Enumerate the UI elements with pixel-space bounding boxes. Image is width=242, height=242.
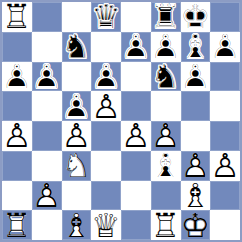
piece-fill-glyph: ♜ [151,211,181,240]
piece-fill-glyph: ♟ [210,32,240,61]
black-knight-c7: ♞♘ [62,32,92,62]
piece-outline-glyph: ♙ [151,32,181,61]
piece-fill-glyph: ♟ [210,151,240,180]
square-c5[interactable]: ♟♙ [62,91,92,121]
piece-outline-glyph: ♙ [62,121,92,150]
square-g1[interactable]: ♚♔ [181,210,211,240]
white-bishop-c1: ♝♗ [62,210,92,240]
square-c7[interactable]: ♞♘ [62,32,92,62]
square-c2[interactable] [62,181,92,211]
piece-fill-glyph: ♚ [181,211,211,240]
square-h2[interactable] [210,181,240,211]
square-a1[interactable]: ♜♖ [2,210,32,240]
square-b6[interactable]: ♟♙ [32,62,62,92]
piece-outline-glyph: ♙ [210,151,240,180]
square-g2[interactable]: ♝♗ [181,181,211,211]
piece-fill-glyph: ♝ [181,181,211,210]
white-pawn-h3: ♟♙ [210,151,240,181]
piece-fill-glyph: ♜ [151,2,181,31]
square-d4[interactable] [91,121,121,151]
square-h7[interactable]: ♟♙ [210,32,240,62]
square-f1[interactable]: ♜♖ [151,210,181,240]
square-e3[interactable] [121,151,151,181]
square-f2[interactable] [151,181,181,211]
square-h4[interactable] [210,121,240,151]
square-h3[interactable]: ♟♙ [210,151,240,181]
square-a5[interactable] [2,91,32,121]
white-rook-a8: ♜♖ [2,2,32,32]
square-a3[interactable] [2,151,32,181]
piece-fill-glyph: ♜ [2,211,32,240]
piece-fill-glyph: ♟ [32,181,62,210]
square-d3[interactable] [91,151,121,181]
piece-fill-glyph: ♛ [91,211,121,240]
square-g6[interactable]: ♟♙ [181,62,211,92]
piece-outline-glyph: ♙ [91,62,121,91]
piece-outline-glyph: ♙ [121,121,151,150]
square-a4[interactable]: ♟♙ [2,121,32,151]
white-pawn-c4: ♟♙ [62,121,92,151]
square-e5[interactable] [121,91,151,121]
white-pawn-e4: ♟♙ [121,121,151,151]
piece-fill-glyph: ♟ [91,92,121,121]
black-pawn-g6: ♟♙ [181,62,211,92]
square-h6[interactable] [210,62,240,92]
black-knight-f6: ♞♘ [151,62,181,92]
white-pawn-f4: ♟♙ [151,121,181,151]
black-queen-d8: ♛♕ [91,2,121,32]
square-f5[interactable] [151,91,181,121]
square-h1[interactable] [210,210,240,240]
piece-fill-glyph: ♟ [62,121,92,150]
piece-fill-glyph: ♟ [121,121,151,150]
piece-outline-glyph: ♕ [91,2,121,31]
black-pawn-c5: ♟♙ [62,91,92,121]
piece-outline-glyph: ♖ [2,2,32,31]
white-rook-a1: ♜♖ [2,210,32,240]
square-f6[interactable]: ♞♘ [151,62,181,92]
piece-fill-glyph: ♜ [2,2,32,31]
square-d1[interactable]: ♛♕ [91,210,121,240]
piece-outline-glyph: ♖ [151,2,181,31]
piece-fill-glyph: ♞ [151,62,181,91]
square-g3[interactable]: ♟♙ [181,151,211,181]
square-c6[interactable] [62,62,92,92]
square-e8[interactable] [121,2,151,32]
square-f8[interactable]: ♜♖ [151,2,181,32]
square-e1[interactable] [121,210,151,240]
piece-fill-glyph: ♟ [121,32,151,61]
piece-outline-glyph: ♕ [91,211,121,240]
piece-outline-glyph: ♘ [151,62,181,91]
piece-outline-glyph: ♙ [151,121,181,150]
piece-outline-glyph: ♙ [91,92,121,121]
white-bishop-g2: ♝♗ [181,181,211,211]
white-king-g1: ♚♔ [181,210,211,240]
square-b3[interactable] [32,151,62,181]
black-pawn-a6: ♟♙ [2,62,32,92]
piece-fill-glyph: ♝ [151,151,181,180]
piece-fill-glyph: ♟ [32,62,62,91]
piece-fill-glyph: ♝ [62,211,92,240]
black-pawn-b6: ♟♙ [32,62,62,92]
square-b4[interactable] [32,121,62,151]
piece-fill-glyph: ♟ [181,151,211,180]
square-h5[interactable] [210,91,240,121]
piece-outline-glyph: ♙ [121,32,151,61]
square-e6[interactable] [121,62,151,92]
square-d5[interactable]: ♟♙ [91,91,121,121]
white-pawn-d5: ♟♙ [91,91,121,121]
square-f7[interactable]: ♟♙ [151,32,181,62]
black-pawn-f7: ♟♙ [151,32,181,62]
piece-fill-glyph: ♟ [91,62,121,91]
piece-fill-glyph: ♞ [62,151,92,180]
square-f4[interactable]: ♟♙ [151,121,181,151]
square-g5[interactable] [181,91,211,121]
white-queen-d1: ♛♕ [91,210,121,240]
piece-outline-glyph: ♙ [181,62,211,91]
square-d8[interactable]: ♛♕ [91,2,121,32]
piece-outline-glyph: ♙ [32,181,62,210]
black-rook-f8: ♜♖ [151,2,181,32]
piece-outline-glyph: ♙ [181,151,211,180]
piece-outline-glyph: ♖ [2,211,32,240]
square-e4[interactable]: ♟♙ [121,121,151,151]
piece-outline-glyph: ♙ [2,62,32,91]
white-pawn-g3: ♟♙ [181,151,211,181]
piece-outline-glyph: ♘ [62,151,92,180]
piece-fill-glyph: ♟ [2,121,32,150]
white-rook-f1: ♜♖ [151,210,181,240]
square-b2[interactable]: ♟♙ [32,181,62,211]
piece-fill-glyph: ♝ [181,32,211,61]
square-d7[interactable] [91,32,121,62]
piece-outline-glyph: ♙ [32,62,62,91]
piece-fill-glyph: ♞ [62,32,92,61]
square-b5[interactable] [32,91,62,121]
square-a6[interactable]: ♟♙ [2,62,32,92]
piece-outline-glyph: ♔ [181,2,211,31]
square-a7[interactable] [2,32,32,62]
square-e7[interactable]: ♟♙ [121,32,151,62]
piece-fill-glyph: ♛ [91,2,121,31]
piece-fill-glyph: ♟ [151,121,181,150]
piece-fill-glyph: ♟ [181,62,211,91]
square-c4[interactable]: ♟♙ [62,121,92,151]
piece-outline-glyph: ♘ [62,32,92,61]
square-g8[interactable]: ♚♔ [181,2,211,32]
square-b7[interactable] [32,32,62,62]
square-c1[interactable]: ♝♗ [62,210,92,240]
piece-fill-glyph: ♟ [62,92,92,121]
black-pawn-h7: ♟♙ [210,32,240,62]
black-bishop-g7: ♝♗ [181,32,211,62]
square-h8[interactable] [210,2,240,32]
piece-outline-glyph: ♗ [181,181,211,210]
square-f3[interactable]: ♝♗ [151,151,181,181]
black-king-g8: ♚♔ [181,2,211,32]
black-pawn-d6: ♟♙ [91,62,121,92]
square-g7[interactable]: ♝♗ [181,32,211,62]
piece-outline-glyph: ♙ [62,92,92,121]
square-a2[interactable] [2,181,32,211]
piece-outline-glyph: ♙ [210,32,240,61]
square-d6[interactable]: ♟♙ [91,62,121,92]
piece-outline-glyph: ♗ [62,211,92,240]
piece-fill-glyph: ♟ [151,32,181,61]
white-knight-c3: ♞♘ [62,151,92,181]
square-c8[interactable] [62,2,92,32]
square-c3[interactable]: ♞♘ [62,151,92,181]
white-pawn-a4: ♟♙ [2,121,32,151]
square-b1[interactable] [32,210,62,240]
black-pawn-e7: ♟♙ [121,32,151,62]
square-b8[interactable] [32,2,62,32]
white-pawn-b2: ♟♙ [32,181,62,211]
piece-outline-glyph: ♙ [2,121,32,150]
chess-board: ♜♖♛♕♜♖♚♔♞♘♟♙♟♙♝♗♟♙♟♙♟♙♟♙♞♘♟♙♟♙♟♙♟♙♟♙♟♙♟♙… [0,0,242,242]
square-d2[interactable] [91,181,121,211]
piece-outline-glyph: ♗ [151,151,181,180]
square-g4[interactable] [181,121,211,151]
piece-fill-glyph: ♚ [181,2,211,31]
square-a8[interactable]: ♜♖ [2,2,32,32]
piece-outline-glyph: ♖ [151,211,181,240]
black-bishop-f3: ♝♗ [151,151,181,181]
square-e2[interactable] [121,181,151,211]
piece-fill-glyph: ♟ [2,62,32,91]
piece-outline-glyph: ♗ [181,32,211,61]
piece-outline-glyph: ♔ [181,211,211,240]
